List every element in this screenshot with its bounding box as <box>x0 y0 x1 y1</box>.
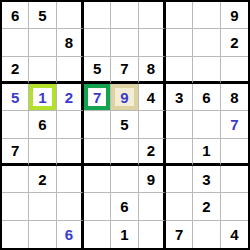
cell-r5c1[interactable] <box>2 111 29 138</box>
cell-r5c4[interactable] <box>84 111 111 138</box>
cell-r3c2[interactable] <box>29 57 56 84</box>
cell-r9c3[interactable]: 6 <box>57 221 84 248</box>
cell-digit: 3 <box>175 90 183 105</box>
cell-r5c5[interactable]: 5 <box>111 111 138 138</box>
cell-r4c7[interactable]: 3 <box>166 84 193 111</box>
cell-r1c9[interactable]: 9 <box>221 2 248 29</box>
cell-digit: 9 <box>230 8 238 23</box>
cell-r9c9[interactable]: 4 <box>221 221 248 248</box>
cell-r9c6[interactable] <box>139 221 166 248</box>
cell-r2c5[interactable] <box>111 29 138 56</box>
cell-r6c4[interactable] <box>84 139 111 166</box>
cell-r3c7[interactable] <box>166 57 193 84</box>
cell-digit: 7 <box>120 61 128 76</box>
cell-r7c4[interactable] <box>84 166 111 193</box>
cell-r4c8[interactable]: 6 <box>193 84 220 111</box>
cell-r8c9[interactable] <box>221 193 248 220</box>
cell-digit: 9 <box>147 172 155 187</box>
cell-r2c7[interactable] <box>166 29 193 56</box>
cell-r6c5[interactable] <box>111 139 138 166</box>
cell-r1c2[interactable]: 5 <box>29 2 56 29</box>
cell-digit: 6 <box>11 8 19 23</box>
cell-r1c3[interactable] <box>57 2 84 29</box>
cell-digit: 9 <box>120 90 128 105</box>
cell-r7c9[interactable] <box>221 166 248 193</box>
cell-r4c4[interactable]: 7 <box>84 84 111 111</box>
cell-r3c3[interactable] <box>57 57 84 84</box>
cell-digit: 5 <box>38 8 46 23</box>
cell-r4c9[interactable]: 8 <box>221 84 248 111</box>
cell-r4c3[interactable]: 2 <box>57 84 84 111</box>
cell-r4c6[interactable]: 4 <box>139 84 166 111</box>
cell-r8c1[interactable] <box>2 193 29 220</box>
cell-r3c1[interactable]: 2 <box>2 57 29 84</box>
sudoku-board: 659822578512794368657721293626174 <box>0 0 250 250</box>
cell-r7c3[interactable] <box>57 166 84 193</box>
cell-r5c6[interactable] <box>139 111 166 138</box>
cell-r8c2[interactable] <box>29 193 56 220</box>
cell-r3c5[interactable]: 7 <box>111 57 138 84</box>
cell-digit: 6 <box>38 117 46 132</box>
cell-r5c9[interactable]: 7 <box>221 111 248 138</box>
cell-digit: 7 <box>93 90 101 105</box>
cell-r4c1[interactable]: 5 <box>2 84 29 111</box>
cell-r3c8[interactable] <box>193 57 220 84</box>
cell-r7c6[interactable]: 9 <box>139 166 166 193</box>
cell-r7c8[interactable]: 3 <box>193 166 220 193</box>
cell-digit: 2 <box>11 61 19 76</box>
cell-r4c5[interactable]: 9 <box>111 84 138 111</box>
cell-r7c7[interactable] <box>166 166 193 193</box>
cell-digit: 7 <box>11 143 19 158</box>
cell-digit: 7 <box>230 117 238 132</box>
cell-digit: 2 <box>65 90 73 105</box>
cell-digit: 4 <box>147 90 155 105</box>
cell-digit: 7 <box>175 227 183 242</box>
cell-digit: 2 <box>38 172 46 187</box>
cell-digit: 8 <box>147 61 155 76</box>
cell-digit: 3 <box>202 172 210 187</box>
cell-digit: 5 <box>120 117 128 132</box>
cell-r1c7[interactable] <box>166 2 193 29</box>
cell-r2c4[interactable] <box>84 29 111 56</box>
cell-r7c5[interactable] <box>111 166 138 193</box>
cell-r6c3[interactable] <box>57 139 84 166</box>
cell-r6c8[interactable]: 1 <box>193 139 220 166</box>
cell-r3c9[interactable] <box>221 57 248 84</box>
cell-digit: 1 <box>120 227 128 242</box>
cell-r6c6[interactable]: 2 <box>139 139 166 166</box>
cell-r8c4[interactable] <box>84 193 111 220</box>
cell-r9c7[interactable]: 7 <box>166 221 193 248</box>
cell-r2c1[interactable] <box>2 29 29 56</box>
cell-r4c2[interactable]: 1 <box>29 84 56 111</box>
cell-r7c1[interactable] <box>2 166 29 193</box>
cell-r5c2[interactable]: 6 <box>29 111 56 138</box>
cell-r7c2[interactable]: 2 <box>29 166 56 193</box>
cell-r1c4[interactable] <box>84 2 111 29</box>
cell-digit: 2 <box>230 35 238 50</box>
cell-digit: 4 <box>230 227 238 242</box>
cell-r9c5[interactable]: 1 <box>111 221 138 248</box>
cell-r3c4[interactable]: 5 <box>84 57 111 84</box>
cell-r2c9[interactable]: 2 <box>221 29 248 56</box>
cell-r2c2[interactable] <box>29 29 56 56</box>
cell-r1c6[interactable] <box>139 2 166 29</box>
cell-r8c7[interactable] <box>166 193 193 220</box>
cell-r6c1[interactable]: 7 <box>2 139 29 166</box>
cell-r8c8[interactable]: 2 <box>193 193 220 220</box>
cell-digit: 6 <box>65 227 73 242</box>
cell-digit: 5 <box>11 90 19 105</box>
cell-digit: 8 <box>65 35 73 50</box>
cell-r6c7[interactable] <box>166 139 193 166</box>
cell-r9c4[interactable] <box>84 221 111 248</box>
cell-r5c3[interactable] <box>57 111 84 138</box>
cell-r5c8[interactable] <box>193 111 220 138</box>
cell-r1c8[interactable] <box>193 2 220 29</box>
cell-r6c2[interactable] <box>29 139 56 166</box>
cell-digit: 6 <box>120 199 128 214</box>
cell-digit: 5 <box>93 61 101 76</box>
cell-r9c8[interactable] <box>193 221 220 248</box>
cell-r2c8[interactable] <box>193 29 220 56</box>
cell-r3c6[interactable]: 8 <box>139 57 166 84</box>
cell-r2c3[interactable]: 8 <box>57 29 84 56</box>
cell-r2c6[interactable] <box>139 29 166 56</box>
cell-r9c1[interactable] <box>2 221 29 248</box>
cell-r8c5[interactable]: 6 <box>111 193 138 220</box>
cell-r8c3[interactable] <box>57 193 84 220</box>
cell-digit: 1 <box>38 90 46 105</box>
cell-r1c5[interactable] <box>111 2 138 29</box>
cell-digit: 1 <box>202 143 210 158</box>
cell-digit: 2 <box>202 199 210 214</box>
cell-r8c6[interactable] <box>139 193 166 220</box>
cell-digit: 6 <box>202 90 210 105</box>
cell-r5c7[interactable] <box>166 111 193 138</box>
cell-digit: 2 <box>147 143 155 158</box>
cell-r9c2[interactable] <box>29 221 56 248</box>
cell-r6c9[interactable] <box>221 139 248 166</box>
cell-digit: 8 <box>230 90 238 105</box>
cell-r1c1[interactable]: 6 <box>2 2 29 29</box>
